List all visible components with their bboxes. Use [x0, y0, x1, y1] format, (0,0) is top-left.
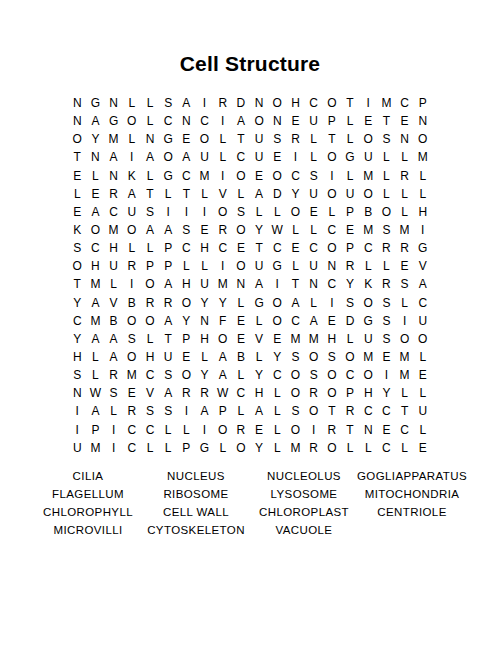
- grid-cell: L: [141, 112, 159, 130]
- grid-cell: E: [341, 221, 359, 239]
- grid-cell: L: [177, 421, 195, 439]
- grid-cell: T: [141, 185, 159, 203]
- grid-cell: E: [86, 185, 104, 203]
- grid-cell: H: [286, 94, 304, 112]
- grid-cell: O: [323, 185, 341, 203]
- grid-cell: P: [86, 421, 104, 439]
- grid-cell: O: [414, 330, 432, 348]
- grid-cell: C: [214, 239, 232, 257]
- grid-cell: S: [396, 275, 414, 293]
- grid-cell: C: [232, 148, 250, 166]
- grid-cell: A: [86, 402, 104, 420]
- grid-cell: O: [195, 130, 213, 148]
- grid-cell: O: [268, 167, 286, 185]
- grid-cell: S: [68, 366, 86, 384]
- grid-cell: I: [286, 148, 304, 166]
- grid-cell: Y: [250, 366, 268, 384]
- grid-cell: D: [341, 312, 359, 330]
- grid-cell: N: [323, 257, 341, 275]
- grid-cell: O: [323, 94, 341, 112]
- grid-cell: G: [268, 257, 286, 275]
- grid-cell: Y: [250, 439, 268, 457]
- grid-cell: L: [68, 185, 86, 203]
- grid-cell: O: [159, 148, 177, 166]
- grid-cell: L: [86, 167, 104, 185]
- grid-cell: M: [396, 366, 414, 384]
- grid-cell: S: [305, 366, 323, 384]
- grid-cell: Y: [177, 312, 195, 330]
- grid-cell: L: [396, 294, 414, 312]
- grid-cell: O: [250, 112, 268, 130]
- grid-cell: L: [341, 130, 359, 148]
- grid-cell: O: [268, 94, 286, 112]
- grid-cell: P: [414, 94, 432, 112]
- grid-cell: U: [305, 112, 323, 130]
- grid-cell: R: [377, 275, 395, 293]
- grid-cell: S: [286, 348, 304, 366]
- grid-cell: L: [250, 203, 268, 221]
- grid-cell: U: [359, 330, 377, 348]
- grid-cell: T: [323, 130, 341, 148]
- word-list-item: RIBOSOME: [142, 485, 250, 503]
- grid-cell: G: [159, 130, 177, 148]
- grid-cell: L: [286, 221, 304, 239]
- grid-cell: I: [268, 275, 286, 293]
- word-list-column: CILIAFLAGELLUMCHLOROPHYLLMICROVILLI: [34, 467, 142, 539]
- word-list-column: NUCLEUSRIBOSOMECELL WALLCYTOSKELETON: [142, 467, 250, 539]
- grid-cell: T: [250, 239, 268, 257]
- grid-cell: Y: [214, 294, 232, 312]
- grid-cell: E: [123, 384, 141, 402]
- grid-cell: O: [232, 167, 250, 185]
- grid-cell: P: [177, 330, 195, 348]
- word-list-item: MICROVILLI: [34, 521, 142, 539]
- grid-cell: M: [105, 221, 123, 239]
- grid-cell: A: [414, 275, 432, 293]
- grid-cell: P: [341, 203, 359, 221]
- grid-cell: U: [250, 257, 268, 275]
- grid-cell: P: [214, 402, 232, 420]
- grid-cell: S: [377, 221, 395, 239]
- grid-cell: B: [123, 294, 141, 312]
- grid-cell: E: [195, 221, 213, 239]
- grid-cell: H: [195, 239, 213, 257]
- grid-cell: U: [123, 203, 141, 221]
- grid-cell: N: [86, 148, 104, 166]
- grid-cell: L: [305, 221, 323, 239]
- grid-cell: O: [323, 366, 341, 384]
- grid-cell: A: [177, 94, 195, 112]
- grid-cell: S: [105, 384, 123, 402]
- grid-cell: N: [105, 94, 123, 112]
- grid-cell: O: [286, 203, 304, 221]
- grid-cell: A: [250, 275, 268, 293]
- grid-cell: L: [359, 257, 377, 275]
- grid-cell: L: [341, 112, 359, 130]
- grid-cell: L: [86, 366, 104, 384]
- grid-cell: T: [286, 275, 304, 293]
- grid-cell: N: [68, 384, 86, 402]
- grid-cell: L: [177, 257, 195, 275]
- grid-cell: S: [286, 402, 304, 420]
- grid-cell: K: [123, 167, 141, 185]
- word-list-column: GOGLIAPPARATUSMITOCHONDRIACENTRIOLE: [358, 467, 466, 539]
- word-list-item: CHLOROPLAST: [250, 503, 358, 521]
- grid-cell: L: [141, 94, 159, 112]
- grid-cell: R: [195, 384, 213, 402]
- grid-cell: C: [286, 312, 304, 330]
- grid-cell: S: [377, 330, 395, 348]
- grid-cell: M: [286, 330, 304, 348]
- grid-cell: M: [86, 275, 104, 293]
- grid-cell: O: [177, 366, 195, 384]
- grid-cell: I: [214, 257, 232, 275]
- grid-cell: O: [359, 130, 377, 148]
- grid-cell: O: [286, 384, 304, 402]
- grid-cell: I: [105, 421, 123, 439]
- grid-cell: A: [86, 294, 104, 312]
- grid-cell: C: [377, 439, 395, 457]
- grid-cell: P: [323, 112, 341, 130]
- grid-cell: G: [159, 167, 177, 185]
- grid-cell: P: [177, 439, 195, 457]
- grid-cell: L: [159, 439, 177, 457]
- grid-cell: I: [377, 366, 395, 384]
- word-list: CILIAFLAGELLUMCHLOROPHYLLMICROVILLINUCLE…: [0, 467, 500, 539]
- grid-cell: W: [214, 384, 232, 402]
- word-list-item: NUCLEUS: [142, 467, 250, 485]
- grid-cell: L: [396, 148, 414, 166]
- grid-cell: R: [123, 402, 141, 420]
- grid-cell: L: [195, 257, 213, 275]
- grid-cell: R: [141, 294, 159, 312]
- grid-cell: L: [268, 421, 286, 439]
- grid-cell: P: [141, 257, 159, 275]
- grid-cell: T: [159, 330, 177, 348]
- grid-cell: L: [123, 239, 141, 257]
- grid-cell: T: [232, 130, 250, 148]
- grid-cell: R: [214, 221, 232, 239]
- grid-cell: L: [105, 275, 123, 293]
- grid-cell: L: [268, 203, 286, 221]
- grid-cell: A: [86, 112, 104, 130]
- grid-cell: R: [323, 421, 341, 439]
- grid-cell: U: [250, 130, 268, 148]
- grid-cell: L: [268, 439, 286, 457]
- grid-cell: L: [414, 167, 432, 185]
- grid-cell: L: [195, 185, 213, 203]
- grid-cell: H: [86, 257, 104, 275]
- grid-cell: D: [268, 185, 286, 203]
- grid-cell: R: [286, 130, 304, 148]
- grid-cell: R: [341, 402, 359, 420]
- grid-cell: N: [105, 167, 123, 185]
- grid-cell: L: [232, 185, 250, 203]
- grid-cell: L: [105, 402, 123, 420]
- grid-cell: M: [214, 275, 232, 293]
- word-list-item: LYSOSOME: [250, 485, 358, 503]
- grid-cell: T: [68, 148, 86, 166]
- grid-cell: A: [250, 185, 268, 203]
- grid-cell: M: [86, 439, 104, 457]
- grid-cell: I: [414, 221, 432, 239]
- grid-cell: L: [195, 348, 213, 366]
- grid-cell: E: [68, 167, 86, 185]
- grid-cell: O: [141, 275, 159, 293]
- grid-cell: N: [68, 94, 86, 112]
- grid-cell: C: [177, 167, 195, 185]
- grid-cell: C: [159, 112, 177, 130]
- grid-cell: S: [141, 203, 159, 221]
- grid-cell: S: [177, 221, 195, 239]
- grid-cell: O: [396, 330, 414, 348]
- grid-cell: E: [305, 203, 323, 221]
- grid-cell: L: [377, 185, 395, 203]
- grid-cell: O: [177, 294, 195, 312]
- grid-cell: B: [232, 348, 250, 366]
- grid-cell: O: [323, 148, 341, 166]
- grid-cell: T: [377, 112, 395, 130]
- grid-cell: R: [159, 294, 177, 312]
- grid-cell: L: [341, 439, 359, 457]
- grid-cell: I: [123, 148, 141, 166]
- word-list-item: CELL WALL: [142, 503, 250, 521]
- grid-cell: O: [305, 402, 323, 420]
- grid-cell: N: [232, 275, 250, 293]
- grid-cell: L: [396, 185, 414, 203]
- grid-cell: E: [232, 312, 250, 330]
- grid-cell: N: [68, 112, 86, 130]
- grid-cell: C: [396, 94, 414, 112]
- grid-cell: A: [250, 402, 268, 420]
- word-list-item: VACUOLE: [250, 521, 358, 539]
- word-list-item: CENTRIOLE: [358, 503, 466, 521]
- grid-cell: T: [323, 402, 341, 420]
- grid-cell: R: [305, 439, 323, 457]
- grid-cell: M: [359, 167, 377, 185]
- grid-cell: E: [68, 203, 86, 221]
- grid-cell: E: [286, 239, 304, 257]
- grid-cell: M: [123, 366, 141, 384]
- word-list-column: NUCLEOLUSLYSOSOMECHLOROPLASTVACUOLE: [250, 467, 358, 539]
- grid-cell: T: [68, 275, 86, 293]
- grid-cell: O: [232, 221, 250, 239]
- grid-cell: E: [232, 330, 250, 348]
- grid-cell: L: [214, 130, 232, 148]
- grid-cell: I: [214, 112, 232, 130]
- grid-cell: L: [305, 130, 323, 148]
- grid-cell: M: [414, 148, 432, 166]
- grid-cell: G: [195, 439, 213, 457]
- grid-cell: U: [250, 148, 268, 166]
- grid-cell: N: [305, 275, 323, 293]
- grid-cell: H: [141, 348, 159, 366]
- grid-cell: L: [250, 312, 268, 330]
- grid-cell: I: [68, 421, 86, 439]
- grid-cell: E: [268, 330, 286, 348]
- grid-cell: I: [195, 203, 213, 221]
- grid-cell: A: [214, 348, 232, 366]
- grid-cell: C: [123, 421, 141, 439]
- grid-cell: U: [68, 439, 86, 457]
- grid-cell: L: [323, 203, 341, 221]
- grid-cell: O: [268, 312, 286, 330]
- grid-cell: H: [68, 348, 86, 366]
- grid-cell: S: [377, 130, 395, 148]
- grid-cell: O: [377, 203, 395, 221]
- grid-cell: E: [414, 439, 432, 457]
- grid-cell: S: [159, 94, 177, 112]
- grid-cell: S: [141, 402, 159, 420]
- grid-cell: O: [123, 221, 141, 239]
- word-list-item: GOGLIAPPARATUS: [358, 467, 466, 485]
- grid-cell: M: [359, 348, 377, 366]
- grid-cell: S: [68, 239, 86, 257]
- grid-cell: I: [177, 203, 195, 221]
- grid-cell: A: [195, 402, 213, 420]
- grid-cell: H: [177, 275, 195, 293]
- grid-cell: G: [341, 148, 359, 166]
- grid-cell: C: [286, 167, 304, 185]
- grid-cell: I: [214, 167, 232, 185]
- grid-cell: A: [214, 366, 232, 384]
- grid-cell: O: [286, 421, 304, 439]
- grid-cell: L: [141, 167, 159, 185]
- grid-cell: R: [105, 185, 123, 203]
- grid-cell: M: [377, 94, 395, 112]
- grid-cell: M: [396, 348, 414, 366]
- grid-cell: O: [359, 294, 377, 312]
- grid-cell: R: [396, 239, 414, 257]
- grid-cell: A: [232, 112, 250, 130]
- grid-cell: L: [214, 148, 232, 166]
- grid-cell: M: [86, 312, 104, 330]
- grid-cell: C: [377, 402, 395, 420]
- grid-cell: O: [359, 185, 377, 203]
- grid-cell: L: [250, 348, 268, 366]
- grid-cell: E: [396, 257, 414, 275]
- grid-cell: C: [323, 221, 341, 239]
- grid-cell: C: [141, 421, 159, 439]
- grid-cell: T: [341, 421, 359, 439]
- grid-cell: L: [232, 366, 250, 384]
- grid-cell: Y: [86, 130, 104, 148]
- grid-cell: Y: [341, 275, 359, 293]
- grid-cell: C: [177, 239, 195, 257]
- grid-cell: U: [195, 148, 213, 166]
- grid-cell: T: [177, 185, 195, 203]
- grid-cell: M: [105, 130, 123, 148]
- grid-cell: E: [250, 421, 268, 439]
- grid-cell: U: [305, 185, 323, 203]
- grid-cell: H: [323, 330, 341, 348]
- grid-cell: S: [323, 348, 341, 366]
- grid-cell: M: [305, 330, 323, 348]
- grid-cell: E: [268, 148, 286, 166]
- grid-cell: L: [141, 330, 159, 348]
- grid-cell: H: [414, 203, 432, 221]
- grid-cell: N: [396, 130, 414, 148]
- grid-cell: F: [214, 312, 232, 330]
- grid-cell: L: [396, 203, 414, 221]
- grid-cell: O: [141, 312, 159, 330]
- grid-cell: Y: [195, 366, 213, 384]
- grid-cell: C: [396, 421, 414, 439]
- grid-cell: L: [341, 330, 359, 348]
- grid-cell: L: [359, 439, 377, 457]
- grid-cell: P: [159, 239, 177, 257]
- grid-cell: S: [341, 294, 359, 312]
- grid-cell: V: [414, 257, 432, 275]
- grid-cell: L: [305, 148, 323, 166]
- grid-cell: I: [105, 439, 123, 457]
- word-search-grid: NGNLLSAIRDNOHCOTIMCPNAGOLCNCIAONEUPLETEN…: [0, 94, 500, 457]
- grid-cell: L: [377, 148, 395, 166]
- grid-cell: S: [123, 330, 141, 348]
- grid-cell: N: [414, 112, 432, 130]
- grid-cell: A: [286, 294, 304, 312]
- grid-cell: O: [232, 439, 250, 457]
- grid-cell: Y: [286, 185, 304, 203]
- grid-cell: Y: [68, 294, 86, 312]
- grid-cell: N: [250, 94, 268, 112]
- grid-cell: C: [195, 112, 213, 130]
- grid-cell: I: [305, 421, 323, 439]
- grid-cell: A: [159, 275, 177, 293]
- grid-cell: E: [286, 112, 304, 130]
- grid-cell: N: [177, 112, 195, 130]
- grid-cell: I: [359, 94, 377, 112]
- grid-cell: E: [377, 348, 395, 366]
- grid-cell: G: [86, 94, 104, 112]
- grid-cell: A: [105, 330, 123, 348]
- word-list-item: CILIA: [34, 467, 142, 485]
- grid-cell: A: [86, 330, 104, 348]
- grid-cell: S: [159, 366, 177, 384]
- grid-cell: T: [396, 402, 414, 420]
- grid-cell: C: [123, 439, 141, 457]
- grid-cell: O: [123, 312, 141, 330]
- grid-cell: L: [86, 348, 104, 366]
- grid-cell: M: [286, 439, 304, 457]
- grid-cell: O: [123, 112, 141, 130]
- grid-cell: O: [414, 130, 432, 148]
- grid-cell: R: [396, 167, 414, 185]
- grid-cell: N: [141, 130, 159, 148]
- grid-cell: Y: [195, 294, 213, 312]
- grid-cell: C: [141, 366, 159, 384]
- grid-cell: P: [159, 257, 177, 275]
- grid-cell: L: [305, 294, 323, 312]
- grid-cell: N: [359, 421, 377, 439]
- grid-cell: E: [250, 167, 268, 185]
- grid-cell: L: [414, 384, 432, 402]
- grid-cell: H: [250, 384, 268, 402]
- grid-cell: L: [377, 167, 395, 185]
- grid-cell: E: [396, 112, 414, 130]
- grid-cell: A: [123, 185, 141, 203]
- grid-cell: O: [286, 366, 304, 384]
- grid-cell: C: [268, 239, 286, 257]
- grid-cell: L: [268, 384, 286, 402]
- grid-cell: R: [177, 384, 195, 402]
- grid-cell: O: [123, 348, 141, 366]
- grid-cell: U: [159, 348, 177, 366]
- grid-cell: I: [195, 94, 213, 112]
- worksheet-page: Cell Structure NGNLLSAIRDNOHCOTIMCPNAGOL…: [0, 0, 500, 647]
- grid-cell: H: [359, 384, 377, 402]
- grid-cell: I: [68, 402, 86, 420]
